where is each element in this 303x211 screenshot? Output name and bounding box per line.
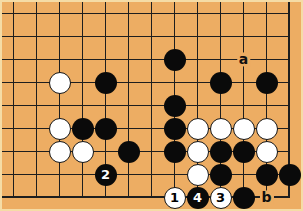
white-stone [49,72,71,94]
go-board-diagram: a2143b [0,0,303,211]
point-r5-c2 [48,117,71,140]
point-r2-c10: a [232,48,255,71]
white-stone [187,118,209,140]
point-r4-c5 [117,94,140,117]
point-r3-c3 [71,71,94,94]
point-r8-c5 [117,186,140,209]
point-r2-c0 [2,48,25,71]
point-r4-c10 [232,94,255,117]
point-r1-c12 [278,25,301,48]
point-r7-c9 [209,163,232,186]
black-stone [118,141,140,163]
black-stone [210,141,232,163]
point-r4-c1 [25,94,48,117]
white-stone [210,118,232,140]
label-a: a [237,52,250,66]
point-r7-c8 [186,163,209,186]
point-r2-c5 [117,48,140,71]
point-r6-c2 [48,140,71,163]
point-r7-c5 [117,163,140,186]
point-r6-c3 [71,140,94,163]
point-r3-c2 [48,71,71,94]
point-r6-c4 [94,140,117,163]
point-r2-c8 [186,48,209,71]
black-stone [210,72,232,94]
black-stone [256,164,278,186]
black-stone [164,49,186,71]
point-r8-c0 [2,186,25,209]
point-r3-c0 [2,71,25,94]
point-r0-c6 [140,2,163,25]
point-r7-c7 [163,163,186,186]
point-r6-c8 [186,140,209,163]
black-stone [210,164,232,186]
point-r5-c3 [71,117,94,140]
point-r5-c11 [255,117,278,140]
point-r6-c9 [209,140,232,163]
black-stone-move-2: 2 [95,164,117,186]
point-r5-c7 [163,117,186,140]
point-r5-c10 [232,117,255,140]
point-r7-c12 [278,163,301,186]
point-r6-c10 [232,140,255,163]
point-r1-c5 [117,25,140,48]
point-r6-c6 [140,140,163,163]
point-r4-c12 [278,94,301,117]
point-r1-c3 [71,25,94,48]
point-r4-c7 [163,94,186,117]
point-r8-c4 [94,186,117,209]
point-r4-c0 [2,94,25,117]
point-r0-c10 [232,2,255,25]
black-stone [233,141,255,163]
black-stone [256,72,278,94]
point-r3-c8 [186,71,209,94]
point-r6-c0 [2,140,25,163]
label-b: b [259,190,273,204]
point-r0-c8 [186,2,209,25]
white-stone [256,118,278,140]
point-r8-c11: b [255,186,278,209]
point-r2-c9 [209,48,232,71]
point-r0-c12 [278,2,301,25]
point-r1-c7 [163,25,186,48]
point-r3-c4 [94,71,117,94]
point-r7-c10 [232,163,255,186]
point-r5-c5 [117,117,140,140]
point-r5-c9 [209,117,232,140]
point-r1-c6 [140,25,163,48]
point-r5-c6 [140,117,163,140]
black-stone [164,141,186,163]
point-r1-c4 [94,25,117,48]
point-r1-c9 [209,25,232,48]
point-r8-c6 [140,186,163,209]
white-stone [49,118,71,140]
point-r8-c7: 1 [163,186,186,209]
point-r7-c0 [2,163,25,186]
point-r2-c4 [94,48,117,71]
black-stone [72,118,94,140]
point-r5-c4 [94,117,117,140]
point-r0-c11 [255,2,278,25]
white-stone [49,141,71,163]
point-r5-c0 [2,117,25,140]
point-r2-c2 [48,48,71,71]
white-stone [72,141,94,163]
white-stone [187,164,209,186]
point-r7-c4: 2 [94,163,117,186]
black-stone [164,118,186,140]
white-stone [233,118,255,140]
white-stone [256,141,278,163]
point-r1-c8 [186,25,209,48]
point-r0-c1 [25,2,48,25]
go-board-grid: a2143b [2,2,301,209]
black-stone [279,164,301,186]
point-r3-c5 [117,71,140,94]
point-r3-c12 [278,71,301,94]
white-stone-move-1: 1 [164,187,186,209]
point-r8-c8: 4 [186,186,209,209]
point-r4-c4 [94,94,117,117]
point-r4-c11 [255,94,278,117]
point-r0-c4 [94,2,117,25]
point-r4-c9 [209,94,232,117]
point-r4-c6 [140,94,163,117]
point-r1-c2 [48,25,71,48]
point-r7-c6 [140,163,163,186]
black-stone [95,72,117,94]
point-r4-c2 [48,94,71,117]
point-r8-c12 [278,186,301,209]
point-r5-c12 [278,117,301,140]
point-r8-c10 [232,186,255,209]
point-r3-c10 [232,71,255,94]
point-r6-c11 [255,140,278,163]
point-r0-c9 [209,2,232,25]
point-r2-c7 [163,48,186,71]
point-r7-c11 [255,163,278,186]
point-r7-c2 [48,163,71,186]
point-r4-c3 [71,94,94,117]
white-stone-move-3: 3 [210,187,232,209]
point-r1-c0 [2,25,25,48]
point-r3-c6 [140,71,163,94]
point-r0-c0 [2,2,25,25]
point-r5-c1 [25,117,48,140]
point-r2-c11 [255,48,278,71]
point-r2-c1 [25,48,48,71]
point-r1-c11 [255,25,278,48]
point-r3-c1 [25,71,48,94]
point-r4-c8 [186,94,209,117]
point-r8-c3 [71,186,94,209]
point-r5-c8 [186,117,209,140]
point-r3-c11 [255,71,278,94]
black-stone [233,187,255,209]
point-r6-c12 [278,140,301,163]
black-stone [95,118,117,140]
point-r6-c1 [25,140,48,163]
point-r8-c9: 3 [209,186,232,209]
point-r2-c6 [140,48,163,71]
point-r6-c7 [163,140,186,163]
black-stone-move-4: 4 [187,187,209,209]
point-r0-c7 [163,2,186,25]
point-r1-c1 [25,25,48,48]
point-r3-c9 [209,71,232,94]
point-r8-c1 [25,186,48,209]
point-r0-c5 [117,2,140,25]
point-r7-c1 [25,163,48,186]
point-r6-c5 [117,140,140,163]
point-r1-c10 [232,25,255,48]
point-r0-c2 [48,2,71,25]
point-r2-c12 [278,48,301,71]
point-r2-c3 [71,48,94,71]
point-r8-c2 [48,186,71,209]
white-stone [187,141,209,163]
point-r7-c3 [71,163,94,186]
black-stone [164,95,186,117]
point-r0-c3 [71,2,94,25]
point-r3-c7 [163,71,186,94]
